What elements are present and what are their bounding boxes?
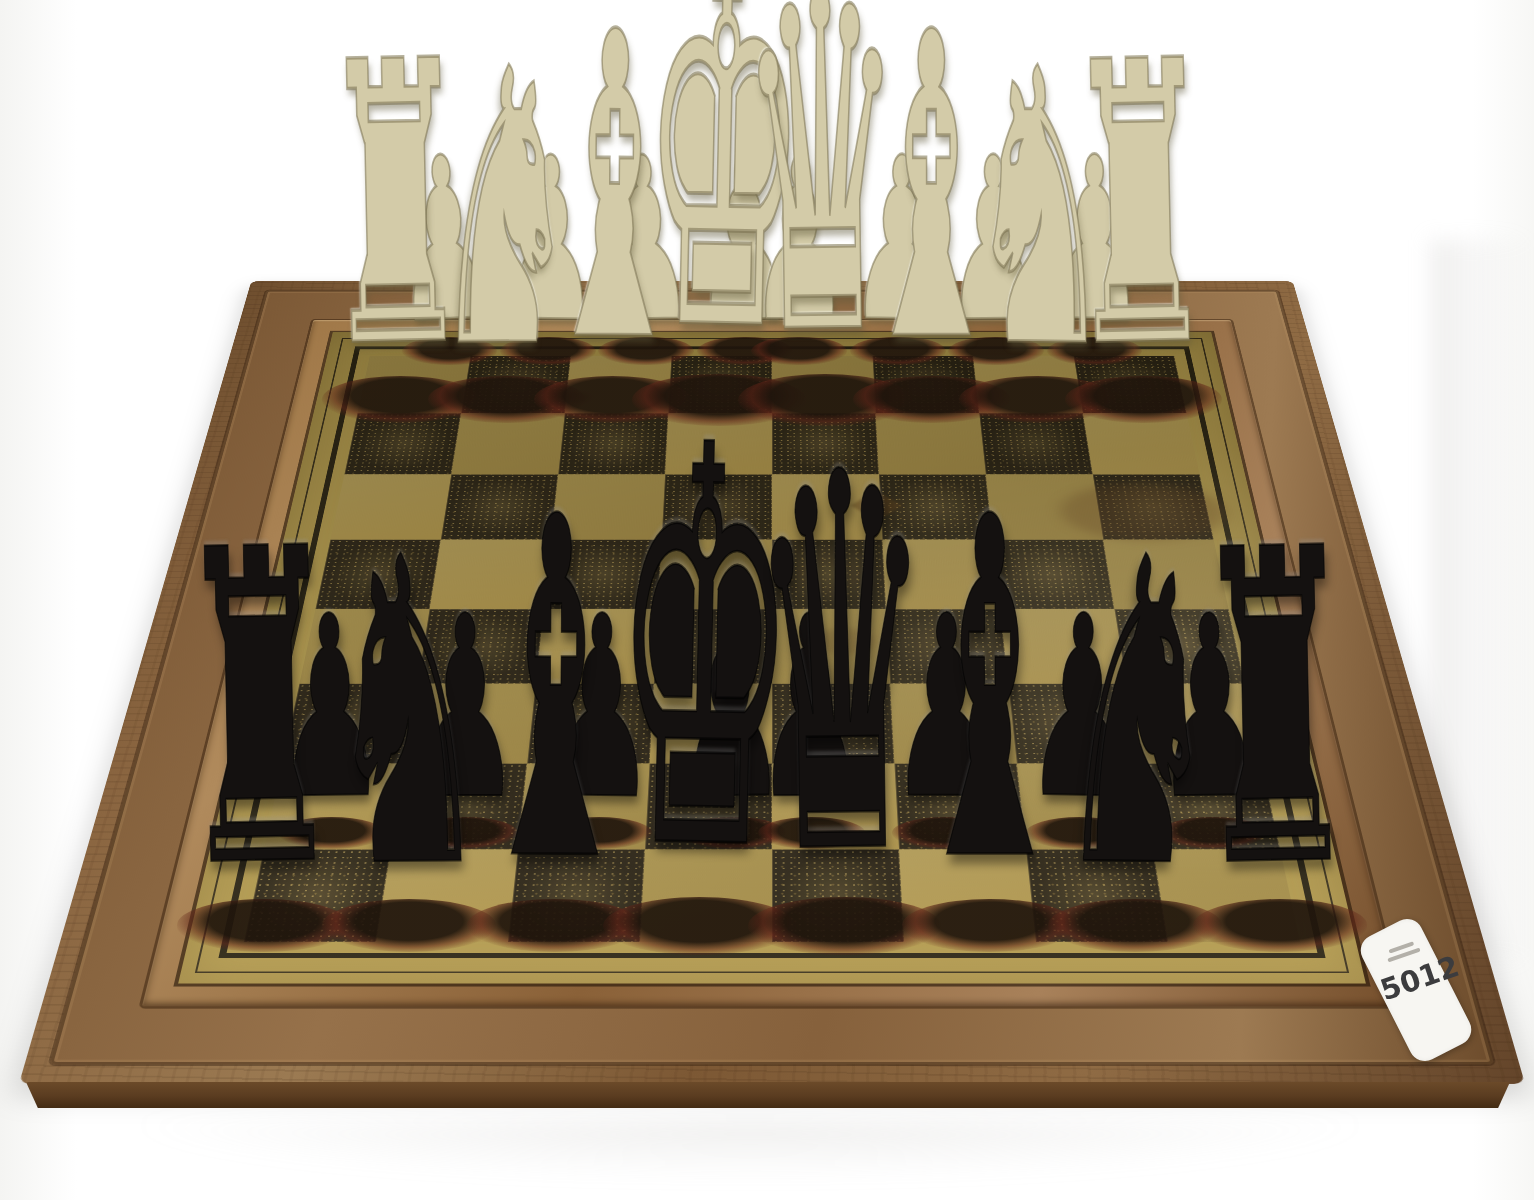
square-b7 [1017,764,1153,850]
square-e1 [668,356,772,414]
square-g6 [405,684,536,764]
square-h1 [357,356,470,414]
square-d7 [772,764,899,850]
square-g4 [430,540,552,610]
square-c8 [899,849,1036,942]
square-e8 [640,849,772,942]
square-g2 [451,413,564,474]
square-c2 [876,413,986,474]
square-e7 [645,764,772,850]
square-a1 [1074,356,1187,414]
square-d4 [772,540,886,610]
square-c6 [890,684,1017,764]
square-d3 [772,474,882,539]
square-b6 [1008,684,1139,764]
square-e5 [654,609,772,683]
square-d6 [772,684,894,764]
square-h5 [299,609,429,683]
square-d2 [772,413,879,474]
square-e4 [658,540,772,610]
square-c1 [873,356,980,414]
square-b3 [986,474,1103,539]
square-a8 [1153,849,1300,942]
square-f2 [558,413,668,474]
square-b5 [1000,609,1126,683]
board-gold-margin [178,332,1366,983]
square-c7 [894,764,1026,850]
square-e2 [665,413,772,474]
background-shadow-bottom [120,1120,1380,1180]
auction-photo-scene: ♟♟♟♟♟♟♟♟♜♞♝♚♛♝♞♜♟♟♟♟♟♟♟♟♜♞♝♚♛♝♞♜ 5012 [0,0,1534,1200]
square-a3 [1093,474,1214,539]
square-b8 [1026,849,1168,942]
square-a7 [1139,764,1280,850]
square-d5 [772,609,890,683]
frame-front-edge [26,1082,1510,1108]
square-a4 [1103,540,1228,610]
square-g7 [391,764,527,850]
square-d8 [772,849,904,942]
square-h6 [282,684,417,764]
square-b2 [979,413,1092,474]
square-f6 [527,684,654,764]
square-f4 [544,540,662,610]
square-c3 [879,474,993,539]
square-e6 [650,684,772,764]
square-f8 [508,849,645,942]
square-h3 [330,474,451,539]
square-e3 [662,474,772,539]
chessboard-grid [244,356,1300,942]
square-f1 [565,356,672,414]
square-f3 [551,474,665,539]
square-d1 [772,356,876,414]
square-g1 [461,356,571,414]
square-b4 [993,540,1115,610]
square-h8 [244,849,391,942]
square-h2 [344,413,461,474]
square-a5 [1114,609,1244,683]
square-a6 [1126,684,1261,764]
chess-board-frame [19,281,1525,1084]
square-h7 [264,764,405,850]
square-g8 [376,849,518,942]
square-c4 [882,540,1000,610]
square-c5 [886,609,1008,683]
square-f7 [518,764,650,850]
square-f5 [536,609,658,683]
square-g5 [418,609,544,683]
square-h4 [315,540,440,610]
square-g3 [441,474,558,539]
square-a2 [1083,413,1200,474]
square-b1 [973,356,1083,414]
